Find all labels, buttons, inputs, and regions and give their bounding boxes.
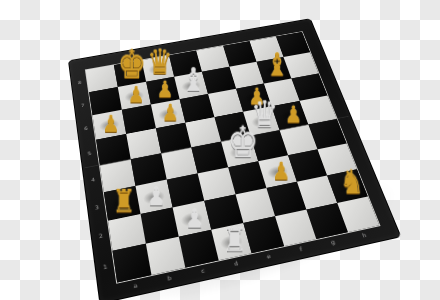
piece-gold-knight: ♞ [336, 166, 368, 199]
square-a6: ♟ [93, 110, 127, 140]
rank-label-6: 6 [81, 116, 92, 142]
rank-label-1: 1 [99, 250, 112, 283]
rank-label-4: 4 [88, 165, 99, 193]
square-e4: ♚ [221, 136, 258, 167]
board-tilt-wrapper: ♚♛♟♟♝♝♟♟♟♛♟♚♜♟♟♟♞♜ abcdefgh 87654321 [68, 18, 402, 300]
square-h2: ♞ [327, 169, 368, 203]
rank-label-3: 3 [91, 192, 103, 222]
square-d5 [185, 117, 221, 147]
rank-label-8: 8 [75, 71, 85, 94]
piece-silver-pawn: ♟ [140, 185, 172, 210]
piece-silver-king: ♚ [227, 121, 258, 164]
square-f3: ♟ [258, 155, 297, 188]
rank-label-7: 7 [78, 93, 88, 117]
square-c6: ♟ [151, 99, 185, 128]
rank-label-2: 2 [95, 220, 107, 252]
square-a1 [113, 244, 152, 283]
piece-gold-rook: ♜ [108, 185, 141, 217]
rank-label-5: 5 [84, 140, 95, 167]
square-b3: ♟ [136, 180, 173, 214]
piece-gold-pawn: ♟ [150, 79, 179, 102]
square-d1: ♜ [211, 223, 251, 260]
piece-silver-pawn: ♟ [178, 207, 211, 233]
square-b6 [122, 104, 156, 133]
piece-gold-pawn: ♟ [279, 104, 309, 127]
piece-gold-king: ♚ [117, 45, 146, 84]
piece-gold-pawn: ♟ [122, 84, 151, 107]
piece-gold-pawn: ♟ [155, 102, 185, 125]
square-c2: ♟ [173, 201, 212, 237]
piece-silver-bishop: ♝ [179, 64, 208, 96]
square-b5 [126, 128, 161, 159]
piece-gold-bishop: ♝ [263, 49, 291, 81]
photo-scene: ♚♛♟♟♝♝♟♟♟♛♟♚♜♟♟♟♞♜ abcdefgh 87654321 [0, 0, 440, 300]
square-h4 [308, 119, 346, 149]
square-a3: ♜ [104, 186, 141, 221]
piece-silver-rook: ♜ [218, 223, 252, 256]
piece-gold-pawn: ♟ [265, 160, 297, 185]
chess-board-frame: ♚♛♟♟♝♝♟♟♟♛♟♚♜♟♟♟♞♜ abcdefgh 87654321 [68, 18, 402, 300]
piece-gold-pawn: ♟ [96, 113, 126, 137]
square-b7: ♟ [118, 82, 151, 110]
piece-gold-queen: ♛ [146, 44, 174, 79]
